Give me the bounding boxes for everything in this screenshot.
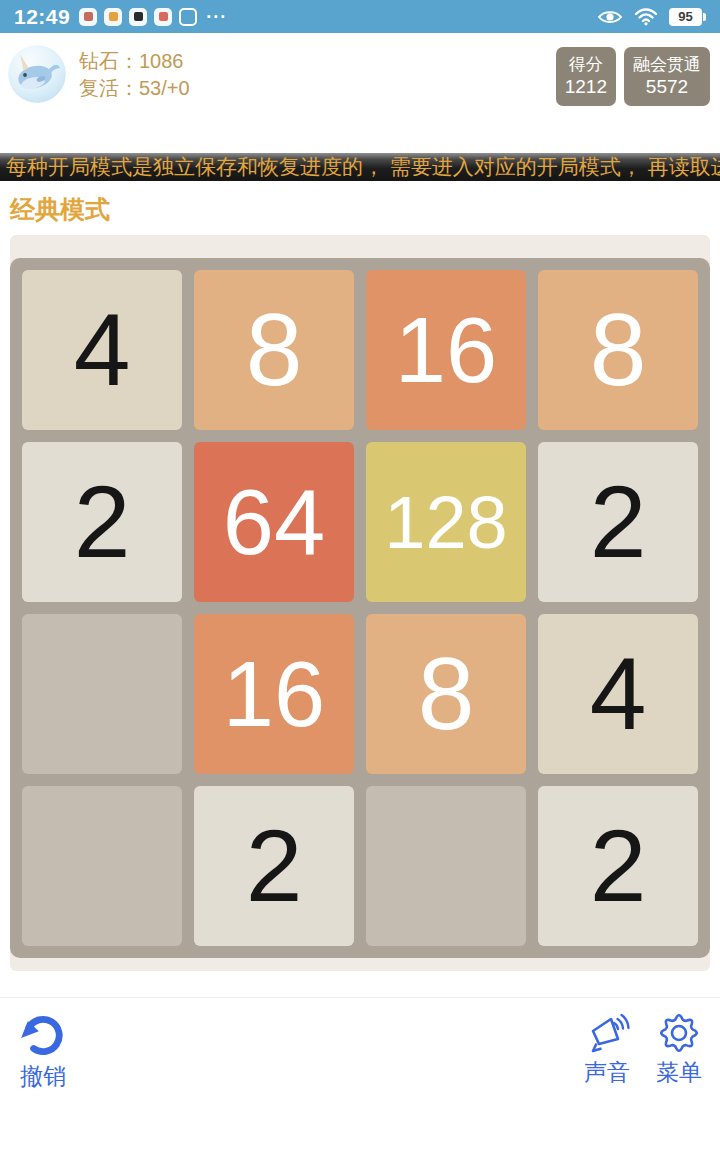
header: 钻石：1086 复活：53/+0 得分 1212 融会贯通 5572 bbox=[0, 33, 720, 153]
menu-label: 菜单 bbox=[656, 1057, 702, 1088]
score-value: 1212 bbox=[565, 75, 607, 98]
undo-label: 撤销 bbox=[20, 1061, 66, 1092]
battery-nub bbox=[703, 13, 706, 21]
mastery-label: 融会贯通 bbox=[633, 54, 701, 75]
status-bar: 12:49 ··· 95 bbox=[0, 0, 720, 33]
tile-2: 2 bbox=[22, 442, 182, 602]
tile-8: 8 bbox=[366, 614, 526, 774]
notification-app-icons bbox=[79, 8, 197, 26]
score-badge[interactable]: 得分 1212 bbox=[556, 47, 616, 106]
speaker-icon bbox=[584, 1010, 630, 1056]
battery-percent: 95 bbox=[669, 8, 702, 26]
player-stats: 钻石：1086 复活：53/+0 bbox=[79, 45, 190, 153]
app-icon bbox=[104, 8, 122, 26]
empty-cell bbox=[22, 614, 182, 774]
board-grid[interactable]: 481682641282168422 bbox=[10, 258, 710, 958]
gear-icon bbox=[656, 1010, 702, 1056]
undo-icon bbox=[18, 1010, 68, 1060]
score-label: 得分 bbox=[565, 54, 607, 75]
board-frame: 481682641282168422 bbox=[10, 235, 710, 971]
app-icon bbox=[179, 8, 197, 26]
tile-128: 128 bbox=[366, 442, 526, 602]
eye-protection-icon bbox=[597, 9, 623, 25]
tile-2: 2 bbox=[538, 786, 698, 946]
wifi-icon bbox=[634, 7, 658, 26]
tile-16: 16 bbox=[366, 270, 526, 430]
sound-label: 声音 bbox=[584, 1057, 630, 1088]
battery-indicator: 95 bbox=[669, 8, 706, 26]
menu-button[interactable]: 菜单 bbox=[656, 1010, 702, 1088]
sound-button[interactable]: 声音 bbox=[584, 1010, 630, 1088]
tile-8: 8 bbox=[194, 270, 354, 430]
mode-title: 经典模式 bbox=[10, 193, 720, 223]
app-icon bbox=[154, 8, 172, 26]
empty-cell bbox=[366, 786, 526, 946]
bottom-toolbar: 撤销 声音 菜单 bbox=[0, 997, 720, 1092]
empty-cell bbox=[22, 786, 182, 946]
revive-stat: 复活：53/+0 bbox=[79, 75, 190, 102]
avatar[interactable] bbox=[8, 45, 66, 103]
diamond-stat: 钻石：1086 bbox=[79, 48, 190, 75]
notice-banner: 每种开局模式是独立保存和恢复进度的， 需要进入对应的开局模式， 再读取进度 bbox=[0, 153, 720, 181]
clock: 12:49 bbox=[14, 5, 70, 29]
more-notifications-icon: ··· bbox=[206, 12, 227, 22]
tile-2: 2 bbox=[194, 786, 354, 946]
tile-16: 16 bbox=[194, 614, 354, 774]
tile-4: 4 bbox=[22, 270, 182, 430]
undo-button[interactable]: 撤销 bbox=[18, 1010, 68, 1092]
tile-2: 2 bbox=[538, 442, 698, 602]
tile-4: 4 bbox=[538, 614, 698, 774]
tile-64: 64 bbox=[194, 442, 354, 602]
app-icon bbox=[79, 8, 97, 26]
mastery-badge[interactable]: 融会贯通 5572 bbox=[624, 47, 710, 106]
app-icon bbox=[129, 8, 147, 26]
mastery-value: 5572 bbox=[633, 75, 701, 98]
tile-8: 8 bbox=[538, 270, 698, 430]
